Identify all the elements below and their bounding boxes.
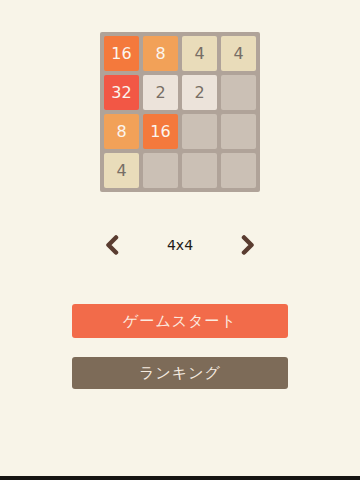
empty-cell bbox=[143, 153, 178, 188]
size-selector: 4x4 bbox=[105, 235, 255, 255]
tile-32: 32 bbox=[104, 75, 139, 110]
tile-2: 2 bbox=[143, 75, 178, 110]
game-start-button[interactable]: ゲームスタート bbox=[72, 304, 288, 338]
next-size-button[interactable] bbox=[241, 235, 255, 255]
tile-4: 4 bbox=[182, 36, 217, 71]
empty-cell bbox=[221, 153, 256, 188]
tile-2: 2 bbox=[182, 75, 217, 110]
board-size-label: 4x4 bbox=[167, 237, 193, 253]
tile-8: 8 bbox=[143, 36, 178, 71]
game-board: 1684432228164 bbox=[100, 32, 260, 192]
tile-8: 8 bbox=[104, 114, 139, 149]
ranking-button[interactable]: ランキング bbox=[72, 357, 288, 389]
empty-cell bbox=[182, 153, 217, 188]
tile-4: 4 bbox=[221, 36, 256, 71]
empty-cell bbox=[221, 114, 256, 149]
tile-4: 4 bbox=[104, 153, 139, 188]
empty-cell bbox=[182, 114, 217, 149]
chevron-right-icon bbox=[241, 235, 255, 255]
tile-16: 16 bbox=[143, 114, 178, 149]
prev-size-button[interactable] bbox=[105, 235, 119, 255]
tile-16: 16 bbox=[104, 36, 139, 71]
empty-cell bbox=[221, 75, 256, 110]
device-bottom-bar bbox=[0, 476, 360, 480]
chevron-left-icon bbox=[105, 235, 119, 255]
